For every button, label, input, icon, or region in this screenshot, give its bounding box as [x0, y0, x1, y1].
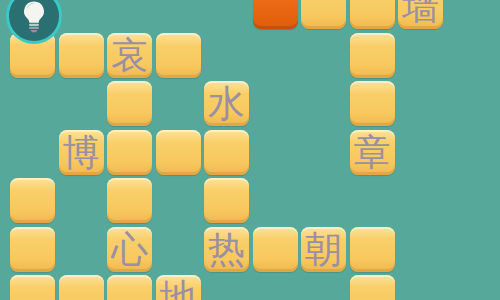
tile-char-哀[interactable]: 哀 — [107, 33, 152, 78]
tile-blank[interactable] — [107, 178, 152, 223]
tile-blank[interactable] — [350, 33, 395, 78]
tile-blank[interactable] — [107, 130, 152, 175]
tile-char-博[interactable]: 博 — [59, 130, 104, 175]
tile-blank[interactable] — [59, 33, 104, 78]
tile-blank[interactable] — [301, 0, 346, 29]
tile-blank[interactable] — [350, 275, 395, 300]
game-screen: 墙哀水博章心热朝地 — [0, 0, 500, 300]
tile-character: 博 — [63, 134, 100, 171]
tile-char-水[interactable]: 水 — [204, 81, 249, 126]
crossword-board: 墙哀水博章心热朝地 — [10, 0, 443, 300]
tile-blank[interactable] — [156, 130, 201, 175]
tile-char-墙[interactable]: 墙 — [398, 0, 443, 29]
tile-blank[interactable] — [350, 0, 395, 29]
tile-character: 心 — [111, 231, 148, 268]
tile-char-地[interactable]: 地 — [156, 275, 201, 300]
tile-blank[interactable] — [204, 130, 249, 175]
tile-blank[interactable] — [253, 227, 298, 272]
tile-selected[interactable] — [253, 0, 298, 29]
tile-blank[interactable] — [10, 227, 55, 272]
lightbulb-icon — [15, 0, 53, 36]
tile-blank[interactable] — [10, 275, 55, 300]
tile-character: 章 — [354, 134, 391, 171]
tile-character: 朝 — [305, 231, 342, 268]
tile-character: 墙 — [402, 0, 439, 25]
tile-char-热[interactable]: 热 — [204, 227, 249, 272]
tile-character: 哀 — [111, 37, 148, 74]
tile-char-心[interactable]: 心 — [107, 227, 152, 272]
tile-character: 水 — [208, 85, 245, 122]
tile-blank[interactable] — [59, 275, 104, 300]
tile-blank[interactable] — [204, 178, 249, 223]
tile-blank[interactable] — [107, 275, 152, 300]
tile-blank[interactable] — [156, 33, 201, 78]
tile-character: 地 — [160, 279, 197, 300]
tile-char-章[interactable]: 章 — [350, 130, 395, 175]
tile-char-朝[interactable]: 朝 — [301, 227, 346, 272]
tile-blank[interactable] — [107, 81, 152, 126]
tile-character: 热 — [208, 231, 245, 268]
tile-blank[interactable] — [350, 227, 395, 272]
tile-blank[interactable] — [350, 81, 395, 126]
tile-blank[interactable] — [10, 178, 55, 223]
